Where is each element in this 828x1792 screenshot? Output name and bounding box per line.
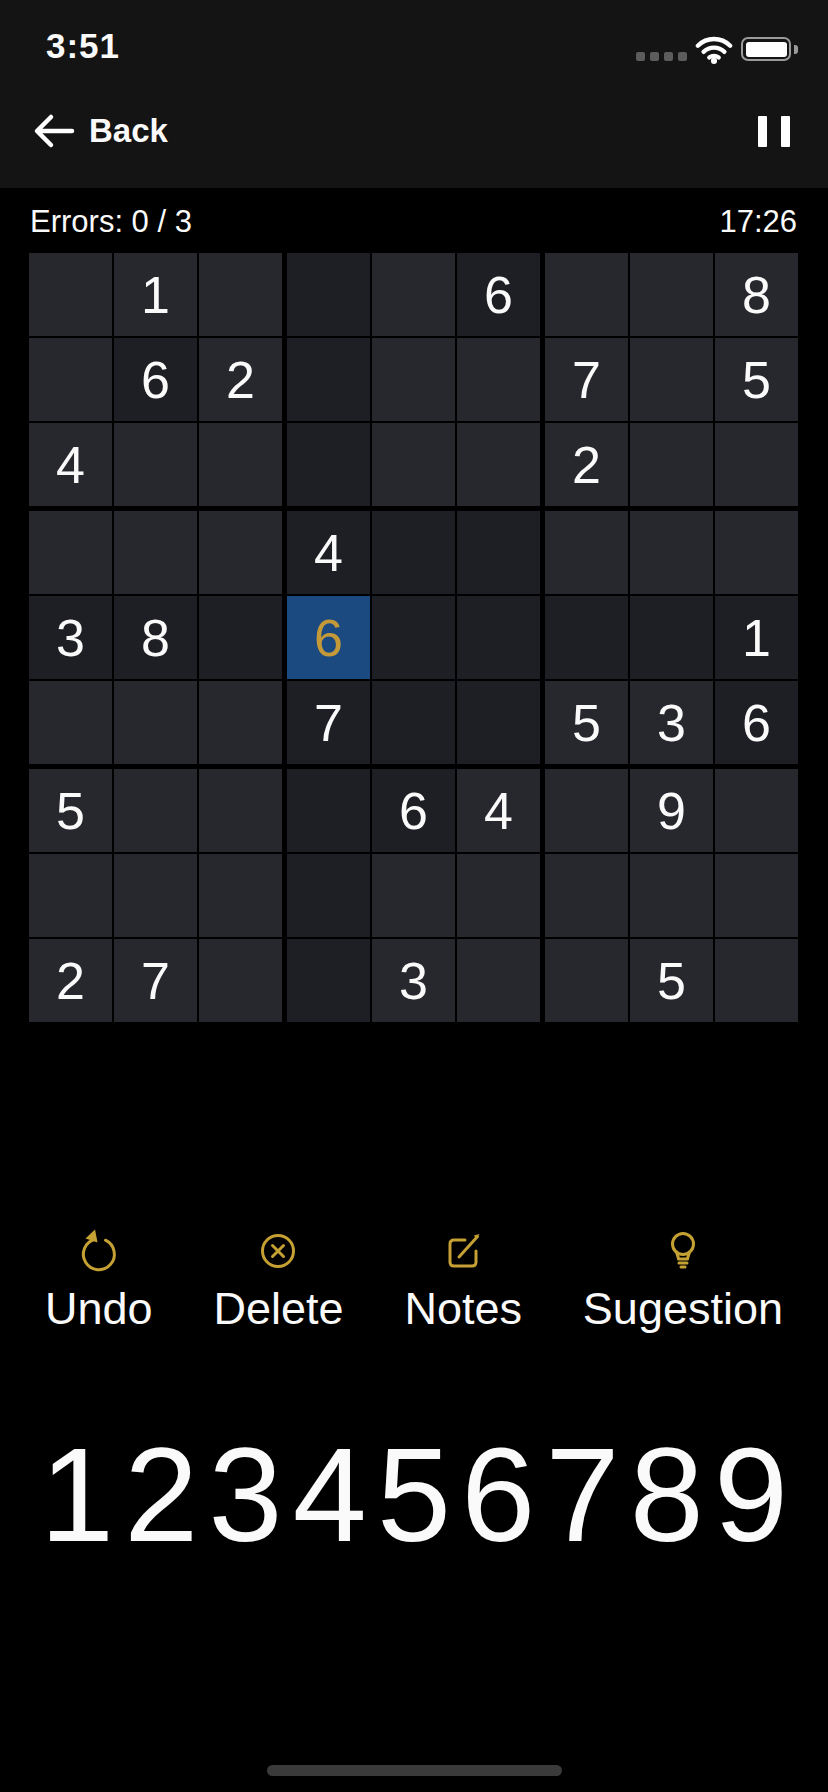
cell-r7c2[interactable] xyxy=(114,769,197,852)
cell-r7c8[interactable]: 9 xyxy=(630,769,713,852)
suggestion-button[interactable]: Sugestion xyxy=(583,1228,783,1335)
cell-r4c4[interactable]: 4 xyxy=(287,511,370,594)
delete-icon xyxy=(255,1228,301,1274)
wifi-icon xyxy=(695,35,733,64)
sudoku-app-screen: 3:51 Back Errors: 0 / 3 17: xyxy=(0,0,828,1792)
cell-r3c4[interactable] xyxy=(287,423,370,506)
cell-r3c3[interactable] xyxy=(199,423,282,506)
block-6: 1536 xyxy=(545,511,798,764)
cell-r5c8[interactable] xyxy=(630,596,713,679)
info-row: Errors: 0 / 3 17:26 xyxy=(30,204,797,240)
battery-icon xyxy=(741,37,791,61)
cell-r7c9[interactable] xyxy=(715,769,798,852)
sudoku-board: 16246875238467153652764395 xyxy=(29,253,798,1022)
cell-r1c9[interactable]: 8 xyxy=(715,253,798,336)
cell-r7c7[interactable] xyxy=(545,769,628,852)
cell-r9c3[interactable] xyxy=(199,939,282,1022)
block-5: 467 xyxy=(287,511,540,764)
cell-r2c1[interactable] xyxy=(29,338,112,421)
header: 3:51 Back xyxy=(0,0,828,188)
cell-r3c9[interactable] xyxy=(715,423,798,506)
cell-r8c3[interactable] xyxy=(199,854,282,937)
cell-r7c1[interactable]: 5 xyxy=(29,769,112,852)
undo-icon xyxy=(76,1228,122,1274)
numpad-key-3[interactable]: 3 xyxy=(209,1400,283,1590)
cell-r1c8[interactable] xyxy=(630,253,713,336)
notes-button[interactable]: Notes xyxy=(404,1228,522,1335)
cell-r6c4[interactable]: 7 xyxy=(287,681,370,764)
cell-r1c6[interactable]: 6 xyxy=(457,253,540,336)
cell-r2c6[interactable] xyxy=(457,338,540,421)
cell-r4c3[interactable] xyxy=(199,511,282,594)
cell-r4c2[interactable] xyxy=(114,511,197,594)
cell-r6c7[interactable]: 5 xyxy=(545,681,628,764)
cell-r9c7[interactable] xyxy=(545,939,628,1022)
back-button[interactable]: Back xyxy=(30,106,168,156)
cell-r3c5[interactable] xyxy=(372,423,455,506)
cell-r9c8[interactable]: 5 xyxy=(630,939,713,1022)
cell-r8c5[interactable] xyxy=(372,854,455,937)
cell-r9c1[interactable]: 2 xyxy=(29,939,112,1022)
cell-r7c6[interactable]: 4 xyxy=(457,769,540,852)
cell-r5c4[interactable]: 6 xyxy=(287,596,370,679)
cell-r3c8[interactable] xyxy=(630,423,713,506)
numpad-key-9[interactable]: 9 xyxy=(714,1400,788,1590)
block-1: 1624 xyxy=(29,253,282,506)
cell-r4c6[interactable] xyxy=(457,511,540,594)
cell-r1c7[interactable] xyxy=(545,253,628,336)
cell-r4c8[interactable] xyxy=(630,511,713,594)
cell-r4c1[interactable] xyxy=(29,511,112,594)
cell-r5c2[interactable]: 8 xyxy=(114,596,197,679)
cell-r5c6[interactable] xyxy=(457,596,540,679)
numpad-key-1[interactable]: 1 xyxy=(40,1400,114,1590)
cell-r2c2[interactable]: 6 xyxy=(114,338,197,421)
cell-r9c5[interactable]: 3 xyxy=(372,939,455,1022)
toolbar: Undo Delete Notes Sugestion xyxy=(0,1228,828,1335)
pause-button[interactable] xyxy=(758,116,790,147)
cell-r5c9[interactable]: 1 xyxy=(715,596,798,679)
cell-r5c3[interactable] xyxy=(199,596,282,679)
back-arrow-icon xyxy=(30,110,76,152)
numpad-key-8[interactable]: 8 xyxy=(630,1400,704,1590)
cell-r6c6[interactable] xyxy=(457,681,540,764)
cell-r8c1[interactable] xyxy=(29,854,112,937)
cellular-dots-icon xyxy=(636,52,687,61)
cell-r5c7[interactable] xyxy=(545,596,628,679)
cell-r7c5[interactable]: 6 xyxy=(372,769,455,852)
cell-r1c1[interactable] xyxy=(29,253,112,336)
undo-button[interactable]: Undo xyxy=(45,1228,153,1335)
cell-r7c4[interactable] xyxy=(287,769,370,852)
cell-r8c6[interactable] xyxy=(457,854,540,937)
cell-r1c5[interactable] xyxy=(372,253,455,336)
undo-label: Undo xyxy=(45,1283,153,1335)
cell-r1c4[interactable] xyxy=(287,253,370,336)
cell-r8c7[interactable] xyxy=(545,854,628,937)
cell-r2c8[interactable] xyxy=(630,338,713,421)
cell-r8c2[interactable] xyxy=(114,854,197,937)
back-label: Back xyxy=(89,112,168,150)
cell-r3c6[interactable] xyxy=(457,423,540,506)
status-icons xyxy=(636,34,798,64)
cell-r6c2[interactable] xyxy=(114,681,197,764)
bulb-icon xyxy=(660,1228,706,1274)
block-3: 8752 xyxy=(545,253,798,506)
cell-r4c7[interactable] xyxy=(545,511,628,594)
numpad-key-6[interactable]: 6 xyxy=(461,1400,535,1590)
block-9: 95 xyxy=(545,769,798,1022)
cell-r7c3[interactable] xyxy=(199,769,282,852)
cell-r6c1[interactable] xyxy=(29,681,112,764)
delete-label: Delete xyxy=(213,1283,343,1335)
cell-r1c2[interactable]: 1 xyxy=(114,253,197,336)
cell-r2c7[interactable]: 7 xyxy=(545,338,628,421)
cell-r9c6[interactable] xyxy=(457,939,540,1022)
battery-nub xyxy=(794,45,798,54)
cell-r9c9[interactable] xyxy=(715,939,798,1022)
cell-r4c5[interactable] xyxy=(372,511,455,594)
suggestion-label: Sugestion xyxy=(583,1283,783,1335)
cell-r5c5[interactable] xyxy=(372,596,455,679)
numpad-key-5[interactable]: 5 xyxy=(377,1400,451,1590)
cell-r2c3[interactable]: 2 xyxy=(199,338,282,421)
cell-r1c3[interactable] xyxy=(199,253,282,336)
notes-label: Notes xyxy=(404,1283,522,1335)
cell-r2c9[interactable]: 5 xyxy=(715,338,798,421)
cell-r8c4[interactable] xyxy=(287,854,370,937)
numpad-key-4[interactable]: 4 xyxy=(293,1400,367,1590)
delete-button[interactable]: Delete xyxy=(213,1228,343,1335)
cell-r2c5[interactable] xyxy=(372,338,455,421)
home-indicator[interactable] xyxy=(267,1765,562,1776)
cell-r8c9[interactable] xyxy=(715,854,798,937)
numpad-key-2[interactable]: 2 xyxy=(124,1400,198,1590)
cell-r2c4[interactable] xyxy=(287,338,370,421)
cell-r3c1[interactable]: 4 xyxy=(29,423,112,506)
cell-r9c4[interactable] xyxy=(287,939,370,1022)
cell-r9c2[interactable]: 7 xyxy=(114,939,197,1022)
numpad: 123456789 xyxy=(0,1400,828,1590)
cell-r6c9[interactable]: 6 xyxy=(715,681,798,764)
cell-r8c8[interactable] xyxy=(630,854,713,937)
pause-icon xyxy=(758,116,767,147)
cell-r6c8[interactable]: 3 xyxy=(630,681,713,764)
block-4: 38 xyxy=(29,511,282,764)
game-timer: 17:26 xyxy=(719,204,797,240)
errors-counter: Errors: 0 / 3 xyxy=(30,204,192,240)
cell-r4c9[interactable] xyxy=(715,511,798,594)
block-8: 643 xyxy=(287,769,540,1022)
cell-r5c1[interactable]: 3 xyxy=(29,596,112,679)
numpad-key-7[interactable]: 7 xyxy=(546,1400,620,1590)
notes-icon xyxy=(440,1228,486,1274)
cell-r6c3[interactable] xyxy=(199,681,282,764)
block-2: 6 xyxy=(287,253,540,506)
cell-r3c7[interactable]: 2 xyxy=(545,423,628,506)
status-time: 3:51 xyxy=(46,26,120,66)
cell-r3c2[interactable] xyxy=(114,423,197,506)
cell-r6c5[interactable] xyxy=(372,681,455,764)
block-7: 527 xyxy=(29,769,282,1022)
